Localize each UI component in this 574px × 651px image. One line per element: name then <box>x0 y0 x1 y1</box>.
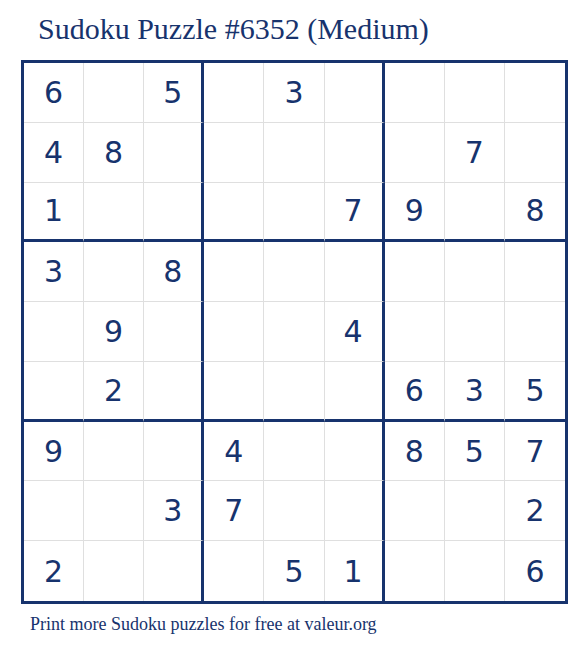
sudoku-cell-r9c3 <box>144 541 204 601</box>
sudoku-cell-r9c2 <box>84 541 144 601</box>
sudoku-page: Sudoku Puzzle #6352 (Medium) 65348717983… <box>0 0 574 651</box>
sudoku-cell-r2c9 <box>505 123 565 183</box>
sudoku-cell-r4c6 <box>325 242 385 302</box>
sudoku-cell-r5c5 <box>264 302 324 362</box>
sudoku-cell-r9c8 <box>445 541 505 601</box>
sudoku-cell-r7c2 <box>84 422 144 482</box>
sudoku-cell-r5c9 <box>505 302 565 362</box>
sudoku-cell-r3c9: 8 <box>505 183 565 243</box>
sudoku-cell-r6c1 <box>24 362 84 422</box>
sudoku-cell-r6c9: 5 <box>505 362 565 422</box>
sudoku-cell-r5c6: 4 <box>325 302 385 362</box>
sudoku-cell-r9c6: 1 <box>325 541 385 601</box>
sudoku-cell-r1c7 <box>385 63 445 123</box>
sudoku-cell-r1c2 <box>84 63 144 123</box>
sudoku-cell-r4c5 <box>264 242 324 302</box>
sudoku-cell-r4c8 <box>445 242 505 302</box>
sudoku-cell-r3c1: 1 <box>24 183 84 243</box>
sudoku-cell-r4c3: 8 <box>144 242 204 302</box>
sudoku-cell-r7c7: 8 <box>385 422 445 482</box>
sudoku-cell-r2c8: 7 <box>445 123 505 183</box>
sudoku-cell-r7c8: 5 <box>445 422 505 482</box>
sudoku-cell-r5c1 <box>24 302 84 362</box>
sudoku-cell-r4c2 <box>84 242 144 302</box>
sudoku-cell-r4c4 <box>204 242 264 302</box>
sudoku-cell-r5c7 <box>385 302 445 362</box>
sudoku-cell-r7c9: 7 <box>505 422 565 482</box>
sudoku-cell-r1c1: 6 <box>24 63 84 123</box>
sudoku-cell-r2c1: 4 <box>24 123 84 183</box>
sudoku-cell-r1c8 <box>445 63 505 123</box>
sudoku-cell-r8c3: 3 <box>144 481 204 541</box>
sudoku-cell-r3c4 <box>204 183 264 243</box>
sudoku-cell-r6c8: 3 <box>445 362 505 422</box>
page-title: Sudoku Puzzle #6352 (Medium) <box>38 12 429 45</box>
sudoku-cell-r1c4 <box>204 63 264 123</box>
sudoku-cell-r2c2: 8 <box>84 123 144 183</box>
sudoku-cell-r6c7: 6 <box>385 362 445 422</box>
sudoku-cell-r3c7: 9 <box>385 183 445 243</box>
sudoku-cell-r6c6 <box>325 362 385 422</box>
sudoku-board: 653487179838942635948573722516 <box>21 60 568 604</box>
sudoku-cell-r5c3 <box>144 302 204 362</box>
sudoku-cell-r6c2: 2 <box>84 362 144 422</box>
sudoku-cell-r3c6: 7 <box>325 183 385 243</box>
sudoku-cell-r9c5: 5 <box>264 541 324 601</box>
sudoku-cell-r8c4: 7 <box>204 481 264 541</box>
sudoku-cell-r7c1: 9 <box>24 422 84 482</box>
sudoku-cell-r6c4 <box>204 362 264 422</box>
sudoku-cell-r9c9: 6 <box>505 541 565 601</box>
sudoku-cell-r2c7 <box>385 123 445 183</box>
sudoku-cell-r8c6 <box>325 481 385 541</box>
sudoku-cell-r3c5 <box>264 183 324 243</box>
sudoku-cell-r8c8 <box>445 481 505 541</box>
sudoku-cell-r1c6 <box>325 63 385 123</box>
sudoku-cell-r8c1 <box>24 481 84 541</box>
sudoku-cell-r4c1: 3 <box>24 242 84 302</box>
sudoku-cell-r7c6 <box>325 422 385 482</box>
sudoku-cell-r7c3 <box>144 422 204 482</box>
sudoku-cell-r1c5: 3 <box>264 63 324 123</box>
sudoku-cell-r5c8 <box>445 302 505 362</box>
sudoku-cell-r4c9 <box>505 242 565 302</box>
sudoku-cell-r2c6 <box>325 123 385 183</box>
sudoku-cell-r3c2 <box>84 183 144 243</box>
sudoku-cell-r2c4 <box>204 123 264 183</box>
sudoku-cell-r1c3: 5 <box>144 63 204 123</box>
sudoku-cell-r9c1: 2 <box>24 541 84 601</box>
sudoku-cell-r7c4: 4 <box>204 422 264 482</box>
sudoku-cell-r4c7 <box>385 242 445 302</box>
sudoku-cell-r5c4 <box>204 302 264 362</box>
sudoku-cell-r8c9: 2 <box>505 481 565 541</box>
sudoku-cell-r7c5 <box>264 422 324 482</box>
sudoku-cell-r8c2 <box>84 481 144 541</box>
sudoku-cell-r1c9 <box>505 63 565 123</box>
sudoku-cell-r6c5 <box>264 362 324 422</box>
sudoku-cell-r5c2: 9 <box>84 302 144 362</box>
sudoku-cell-r6c3 <box>144 362 204 422</box>
sudoku-cell-r8c7 <box>385 481 445 541</box>
footer-text: Print more Sudoku puzzles for free at va… <box>30 614 377 635</box>
sudoku-cell-r2c5 <box>264 123 324 183</box>
sudoku-cell-r2c3 <box>144 123 204 183</box>
sudoku-cell-r9c7 <box>385 541 445 601</box>
sudoku-cell-r3c8 <box>445 183 505 243</box>
sudoku-cell-r9c4 <box>204 541 264 601</box>
sudoku-cell-r8c5 <box>264 481 324 541</box>
sudoku-cell-r3c3 <box>144 183 204 243</box>
